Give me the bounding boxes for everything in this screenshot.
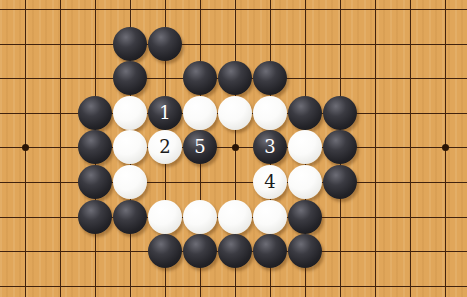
black-stone[interactable] xyxy=(78,96,112,130)
star-point xyxy=(442,144,449,151)
white-stone[interactable] xyxy=(253,200,287,234)
white-stone[interactable]: 4 xyxy=(253,165,287,199)
grid-horizontal-line xyxy=(0,9,467,10)
black-stone[interactable] xyxy=(288,234,322,268)
white-stone[interactable] xyxy=(113,96,147,130)
black-stone[interactable]: 5 xyxy=(183,130,217,164)
black-stone[interactable] xyxy=(218,61,252,95)
white-stone[interactable] xyxy=(183,96,217,130)
white-stone[interactable] xyxy=(288,165,322,199)
black-stone[interactable] xyxy=(78,200,112,234)
black-stone[interactable]: 3 xyxy=(253,130,287,164)
white-stone[interactable] xyxy=(218,96,252,130)
black-stone[interactable] xyxy=(323,96,357,130)
black-stone[interactable] xyxy=(253,234,287,268)
black-stone[interactable] xyxy=(113,200,147,234)
black-stone[interactable] xyxy=(148,27,182,61)
white-stone[interactable] xyxy=(288,130,322,164)
black-stone[interactable] xyxy=(183,61,217,95)
move-number-label: 2 xyxy=(159,138,170,156)
black-stone[interactable] xyxy=(323,165,357,199)
white-stone[interactable] xyxy=(218,200,252,234)
black-stone[interactable] xyxy=(113,61,147,95)
move-number-label: 5 xyxy=(194,138,205,156)
black-stone[interactable] xyxy=(288,200,322,234)
black-stone[interactable] xyxy=(113,27,147,61)
grid-horizontal-line xyxy=(0,182,467,183)
white-stone[interactable]: 2 xyxy=(148,130,182,164)
black-stone[interactable] xyxy=(253,61,287,95)
white-stone[interactable] xyxy=(148,200,182,234)
grid-horizontal-line xyxy=(0,44,467,45)
black-stone[interactable] xyxy=(183,234,217,268)
black-stone[interactable] xyxy=(323,130,357,164)
go-board[interactable]: 12534 xyxy=(0,0,467,297)
move-number-label: 4 xyxy=(264,173,275,191)
move-number-label: 1 xyxy=(159,104,170,122)
black-stone[interactable] xyxy=(218,234,252,268)
black-stone[interactable] xyxy=(78,130,112,164)
black-stone[interactable]: 1 xyxy=(148,96,182,130)
white-stone[interactable] xyxy=(113,165,147,199)
move-number-label: 3 xyxy=(264,138,275,156)
black-stone[interactable] xyxy=(148,234,182,268)
black-stone[interactable] xyxy=(78,165,112,199)
white-stone[interactable] xyxy=(113,130,147,164)
black-stone[interactable] xyxy=(288,96,322,130)
grid-horizontal-line xyxy=(0,286,467,287)
white-stone[interactable] xyxy=(183,200,217,234)
white-stone[interactable] xyxy=(253,96,287,130)
star-point xyxy=(22,144,29,151)
star-point xyxy=(232,144,239,151)
